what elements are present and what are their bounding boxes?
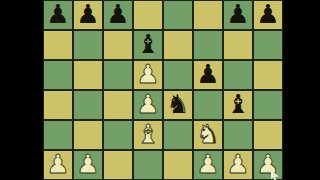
square-c5[interactable] <box>103 60 133 90</box>
square-d3[interactable]: ♝ <box>133 120 163 150</box>
square-g7[interactable]: ♟ <box>223 0 253 30</box>
letterbox-right <box>283 0 320 180</box>
black-bishop[interactable]: ♝ <box>136 29 159 59</box>
black-pawn[interactable]: ♟ <box>256 0 279 29</box>
square-e5[interactable] <box>163 60 193 90</box>
square-a3[interactable] <box>43 120 73 150</box>
square-h3[interactable] <box>253 120 283 150</box>
square-h7[interactable]: ♟ <box>253 0 283 30</box>
square-b7[interactable]: ♟ <box>73 0 103 30</box>
square-b2[interactable]: ♟ <box>73 150 103 180</box>
square-h4[interactable] <box>253 90 283 120</box>
square-b6[interactable] <box>73 30 103 60</box>
square-b4[interactable] <box>73 90 103 120</box>
square-h5[interactable] <box>253 60 283 90</box>
square-g2[interactable]: ♟ <box>223 150 253 180</box>
square-e4[interactable]: ♞ <box>163 90 193 120</box>
square-c4[interactable] <box>103 90 133 120</box>
black-bishop[interactable]: ♝ <box>226 89 249 119</box>
white-pawn[interactable]: ♟ <box>46 149 69 179</box>
white-pawn[interactable]: ♟ <box>196 149 219 179</box>
square-e3[interactable] <box>163 120 193 150</box>
square-d4[interactable]: ♟ <box>133 90 163 120</box>
white-pawn[interactable]: ♟ <box>136 89 159 119</box>
square-d6[interactable]: ♝ <box>133 30 163 60</box>
square-a2[interactable]: ♟ <box>43 150 73 180</box>
white-pawn[interactable]: ♟ <box>76 149 99 179</box>
black-pawn[interactable]: ♟ <box>106 0 129 29</box>
square-d2[interactable] <box>133 150 163 180</box>
black-pawn[interactable]: ♟ <box>226 0 249 29</box>
white-pawn[interactable]: ♟ <box>136 59 159 89</box>
white-knight[interactable]: ♞ <box>196 119 219 149</box>
square-h6[interactable] <box>253 30 283 60</box>
white-bishop[interactable]: ♝ <box>136 119 159 149</box>
square-h2[interactable]: ♟ <box>253 150 283 180</box>
white-pawn[interactable]: ♟ <box>226 149 249 179</box>
black-pawn[interactable]: ♟ <box>46 0 69 29</box>
chess-board: ♟♟♟♟♟♝♟♟♟♞♝♝♞♟♟♟♟♟ <box>43 0 283 180</box>
square-d7[interactable] <box>133 0 163 30</box>
square-a7[interactable]: ♟ <box>43 0 73 30</box>
square-f4[interactable] <box>193 90 223 120</box>
black-pawn[interactable]: ♟ <box>76 0 99 29</box>
square-d5[interactable]: ♟ <box>133 60 163 90</box>
square-g6[interactable] <box>223 30 253 60</box>
square-c6[interactable] <box>103 30 133 60</box>
black-pawn[interactable]: ♟ <box>196 59 219 89</box>
square-a4[interactable] <box>43 90 73 120</box>
square-a6[interactable] <box>43 30 73 60</box>
square-a5[interactable] <box>43 60 73 90</box>
square-f6[interactable] <box>193 30 223 60</box>
square-g3[interactable] <box>223 120 253 150</box>
game-screen: ♟♟♟♟♟♝♟♟♟♞♝♝♞♟♟♟♟♟ <box>0 0 320 180</box>
letterbox-left <box>0 0 43 180</box>
square-f2[interactable]: ♟ <box>193 150 223 180</box>
square-e7[interactable] <box>163 0 193 30</box>
square-e2[interactable] <box>163 150 193 180</box>
square-g4[interactable]: ♝ <box>223 90 253 120</box>
square-f5[interactable]: ♟ <box>193 60 223 90</box>
square-c2[interactable] <box>103 150 133 180</box>
square-e6[interactable] <box>163 30 193 60</box>
square-c3[interactable] <box>103 120 133 150</box>
square-f7[interactable] <box>193 0 223 30</box>
square-b3[interactable] <box>73 120 103 150</box>
square-b5[interactable] <box>73 60 103 90</box>
square-g5[interactable] <box>223 60 253 90</box>
black-knight[interactable]: ♞ <box>166 89 189 119</box>
square-c7[interactable]: ♟ <box>103 0 133 30</box>
square-f3[interactable]: ♞ <box>193 120 223 150</box>
